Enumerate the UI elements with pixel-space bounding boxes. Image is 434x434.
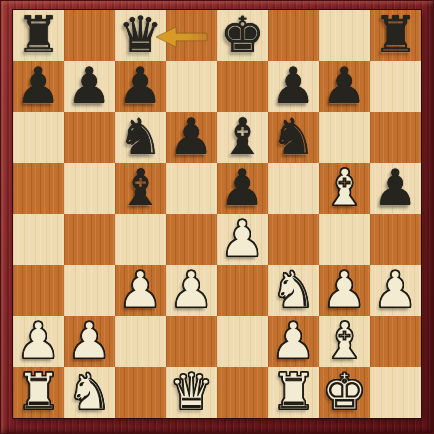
square-e3[interactable] (217, 265, 268, 316)
square-g4[interactable] (319, 214, 370, 265)
square-h7[interactable] (370, 61, 421, 112)
black-pawn-piece: ♟ (169, 112, 214, 163)
white-pawn-piece: ♟ (373, 265, 418, 316)
square-c5[interactable]: ♝ (115, 163, 166, 214)
square-e1[interactable] (217, 367, 268, 418)
white-pawn-piece: ♟ (322, 265, 367, 316)
square-a6[interactable] (13, 112, 64, 163)
white-knight-piece: ♞ (271, 265, 316, 316)
white-rook-piece: ♜ (271, 367, 316, 418)
square-f6[interactable]: ♞ (268, 112, 319, 163)
square-a7[interactable]: ♟ (13, 61, 64, 112)
square-g3[interactable]: ♟ (319, 265, 370, 316)
black-pawn-piece: ♟ (322, 61, 367, 112)
square-a5[interactable] (13, 163, 64, 214)
white-pawn-piece: ♟ (169, 265, 214, 316)
square-d7[interactable] (166, 61, 217, 112)
square-b1[interactable]: ♞ (64, 367, 115, 418)
square-e5[interactable]: ♟ (217, 163, 268, 214)
square-c1[interactable] (115, 367, 166, 418)
square-a1[interactable]: ♜ (13, 367, 64, 418)
square-d2[interactable] (166, 316, 217, 367)
black-rook-piece: ♜ (16, 10, 61, 61)
black-knight-piece: ♞ (271, 112, 316, 163)
square-b2[interactable]: ♟ (64, 316, 115, 367)
white-king-piece: ♚ (322, 367, 367, 418)
white-queen-piece: ♛ (169, 367, 214, 418)
chess-board: ♜♛♚♜♟♟♟♟♟♞♟♝♞♝♟♝♟♟♟♟♞♟♟♟♟♟♝♜♞♛♜♚ (13, 10, 421, 418)
black-pawn-piece: ♟ (271, 61, 316, 112)
square-b6[interactable] (64, 112, 115, 163)
square-b5[interactable] (64, 163, 115, 214)
black-pawn-piece: ♟ (220, 163, 265, 214)
square-f7[interactable]: ♟ (268, 61, 319, 112)
square-e2[interactable] (217, 316, 268, 367)
square-d4[interactable] (166, 214, 217, 265)
square-c2[interactable] (115, 316, 166, 367)
square-e8[interactable]: ♚ (217, 10, 268, 61)
square-f8[interactable] (268, 10, 319, 61)
white-pawn-piece: ♟ (271, 316, 316, 367)
square-d6[interactable]: ♟ (166, 112, 217, 163)
black-pawn-piece: ♟ (16, 61, 61, 112)
white-rook-piece: ♜ (16, 367, 61, 418)
square-a3[interactable] (13, 265, 64, 316)
black-bishop-piece: ♝ (220, 112, 265, 163)
square-c4[interactable] (115, 214, 166, 265)
white-pawn-piece: ♟ (220, 214, 265, 265)
square-h5[interactable]: ♟ (370, 163, 421, 214)
square-g1[interactable]: ♚ (319, 367, 370, 418)
square-d8[interactable] (166, 10, 217, 61)
board-grid: ♜♛♚♜♟♟♟♟♟♞♟♝♞♝♟♝♟♟♟♟♞♟♟♟♟♟♝♜♞♛♜♚ (13, 10, 421, 418)
board-frame: ♜♛♚♜♟♟♟♟♟♞♟♝♞♝♟♝♟♟♟♟♞♟♟♟♟♟♝♜♞♛♜♚ (0, 0, 434, 434)
square-h1[interactable] (370, 367, 421, 418)
square-b3[interactable] (64, 265, 115, 316)
square-f3[interactable]: ♞ (268, 265, 319, 316)
square-c7[interactable]: ♟ (115, 61, 166, 112)
square-f5[interactable] (268, 163, 319, 214)
square-c8[interactable]: ♛ (115, 10, 166, 61)
square-f2[interactable]: ♟ (268, 316, 319, 367)
black-queen-piece: ♛ (118, 10, 163, 61)
square-e6[interactable]: ♝ (217, 112, 268, 163)
square-d5[interactable] (166, 163, 217, 214)
white-bishop-piece: ♝ (322, 316, 367, 367)
black-pawn-piece: ♟ (373, 163, 418, 214)
square-f1[interactable]: ♜ (268, 367, 319, 418)
square-c6[interactable]: ♞ (115, 112, 166, 163)
square-g6[interactable] (319, 112, 370, 163)
square-h3[interactable]: ♟ (370, 265, 421, 316)
square-g2[interactable]: ♝ (319, 316, 370, 367)
square-h6[interactable] (370, 112, 421, 163)
square-a4[interactable] (13, 214, 64, 265)
square-h2[interactable] (370, 316, 421, 367)
square-h8[interactable]: ♜ (370, 10, 421, 61)
black-king-piece: ♚ (220, 10, 265, 61)
black-pawn-piece: ♟ (67, 61, 112, 112)
square-h4[interactable] (370, 214, 421, 265)
square-b7[interactable]: ♟ (64, 61, 115, 112)
square-f4[interactable] (268, 214, 319, 265)
white-bishop-piece: ♝ (322, 163, 367, 214)
white-pawn-piece: ♟ (118, 265, 163, 316)
square-g8[interactable] (319, 10, 370, 61)
black-bishop-piece: ♝ (118, 163, 163, 214)
black-pawn-piece: ♟ (118, 61, 163, 112)
square-e4[interactable]: ♟ (217, 214, 268, 265)
white-knight-piece: ♞ (67, 367, 112, 418)
square-d3[interactable]: ♟ (166, 265, 217, 316)
black-knight-piece: ♞ (118, 112, 163, 163)
black-rook-piece: ♜ (373, 10, 418, 61)
white-pawn-piece: ♟ (16, 316, 61, 367)
square-c3[interactable]: ♟ (115, 265, 166, 316)
square-b4[interactable] (64, 214, 115, 265)
square-d1[interactable]: ♛ (166, 367, 217, 418)
white-pawn-piece: ♟ (67, 316, 112, 367)
square-b8[interactable] (64, 10, 115, 61)
square-g5[interactable]: ♝ (319, 163, 370, 214)
square-e7[interactable] (217, 61, 268, 112)
square-g7[interactable]: ♟ (319, 61, 370, 112)
square-a2[interactable]: ♟ (13, 316, 64, 367)
square-a8[interactable]: ♜ (13, 10, 64, 61)
